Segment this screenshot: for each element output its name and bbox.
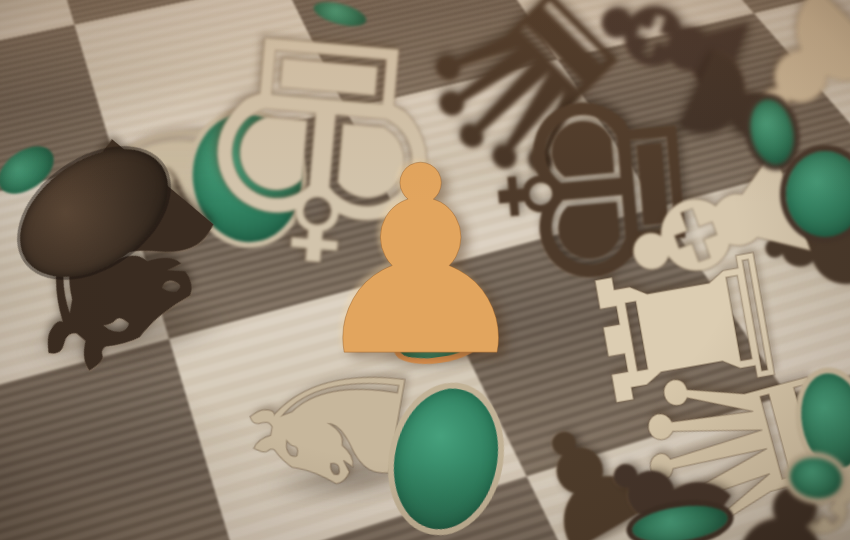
chess-photo-scene: ♞♞♚♟♛♚♝♟♟♝♟♜♛♞♟♟♟♝ xyxy=(0,0,850,540)
standing-light-pawn: ♟ xyxy=(304,132,537,392)
